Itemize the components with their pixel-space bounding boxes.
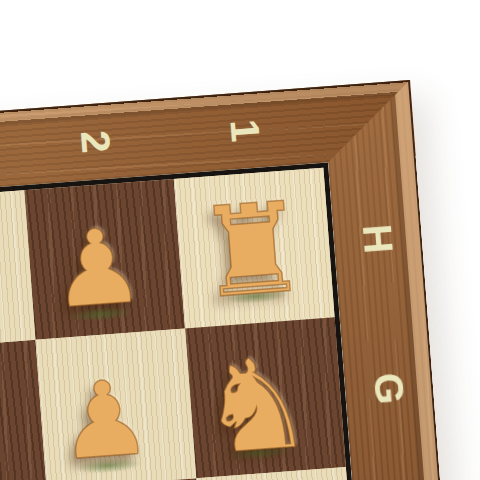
- coordinate-label-rank-2: 2: [74, 120, 117, 163]
- white-pawn-g2[interactable]: ♟: [24, 339, 185, 480]
- coordinate-label-file-h: H: [355, 193, 401, 284]
- chess-board: 2 1 H G ♟ ♜ ♟ ♞: [0, 80, 480, 480]
- coordinate-label-file-g: G: [366, 343, 412, 434]
- photo-background: 2 1 H G ♟ ♜ ♟ ♞: [0, 0, 480, 480]
- coordinate-label-rank-1: 1: [224, 109, 267, 152]
- white-pawn-h2[interactable]: ♟: [17, 188, 178, 349]
- white-rook-h1[interactable]: ♜: [172, 170, 333, 331]
- white-knight-g1[interactable]: ♞: [176, 326, 337, 480]
